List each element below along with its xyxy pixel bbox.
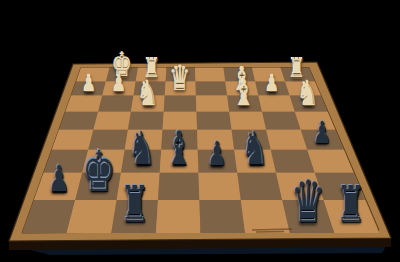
piece-black-rook-f8[interactable]: ♜ <box>121 181 150 230</box>
piece-white-pawn-h2[interactable]: ♟ <box>82 71 96 95</box>
square-d1[interactable] <box>195 68 225 82</box>
square-g3[interactable] <box>98 96 133 112</box>
square-h4[interactable] <box>59 112 98 130</box>
piece-black-pawn-a5[interactable]: ♟ <box>313 118 331 148</box>
piece-white-pawn-g2[interactable]: ♟ <box>112 71 126 95</box>
piece-white-queen-e2[interactable]: ♛ <box>170 61 191 96</box>
piece-black-queen-b8[interactable]: ♛ <box>290 173 325 231</box>
piece-black-rook-a8[interactable]: ♜ <box>336 181 365 230</box>
square-d8[interactable] <box>199 200 245 233</box>
piece-black-bishop-e6[interactable]: ♝ <box>166 126 193 172</box>
square-h3[interactable] <box>65 96 102 112</box>
piece-black-king-g7[interactable]: ♚ <box>82 143 115 199</box>
chessboard-3d-scene: ♚♜♜♛♝♟♟♟♞♞♝♟♞♟♝♞♚♟♜♛♜ <box>0 0 400 262</box>
piece-white-bishop-c3[interactable]: ♝ <box>234 76 255 111</box>
piece-black-knight-f6[interactable]: ♞ <box>128 126 155 172</box>
piece-black-pawn-d6[interactable]: ♟ <box>207 138 226 171</box>
square-e7[interactable] <box>158 173 199 200</box>
square-d4[interactable] <box>197 112 232 130</box>
piece-black-knight-c6[interactable]: ♞ <box>241 126 268 172</box>
piece-white-knight-a3[interactable]: ♞ <box>298 76 319 111</box>
square-c8[interactable] <box>241 200 290 233</box>
piece-white-pawn-b2[interactable]: ♟ <box>265 71 279 95</box>
square-c7[interactable] <box>237 173 282 200</box>
square-g8[interactable] <box>67 200 117 233</box>
piece-white-knight-f3[interactable]: ♞ <box>138 76 159 111</box>
square-e8[interactable] <box>156 200 201 233</box>
square-g4[interactable] <box>93 112 130 130</box>
square-d2[interactable] <box>196 82 228 96</box>
square-b5[interactable] <box>266 130 307 150</box>
square-d3[interactable] <box>196 96 229 112</box>
square-d7[interactable] <box>199 173 241 200</box>
piece-black-pawn-h7[interactable]: ♟ <box>48 161 69 197</box>
square-b3[interactable] <box>258 96 295 112</box>
